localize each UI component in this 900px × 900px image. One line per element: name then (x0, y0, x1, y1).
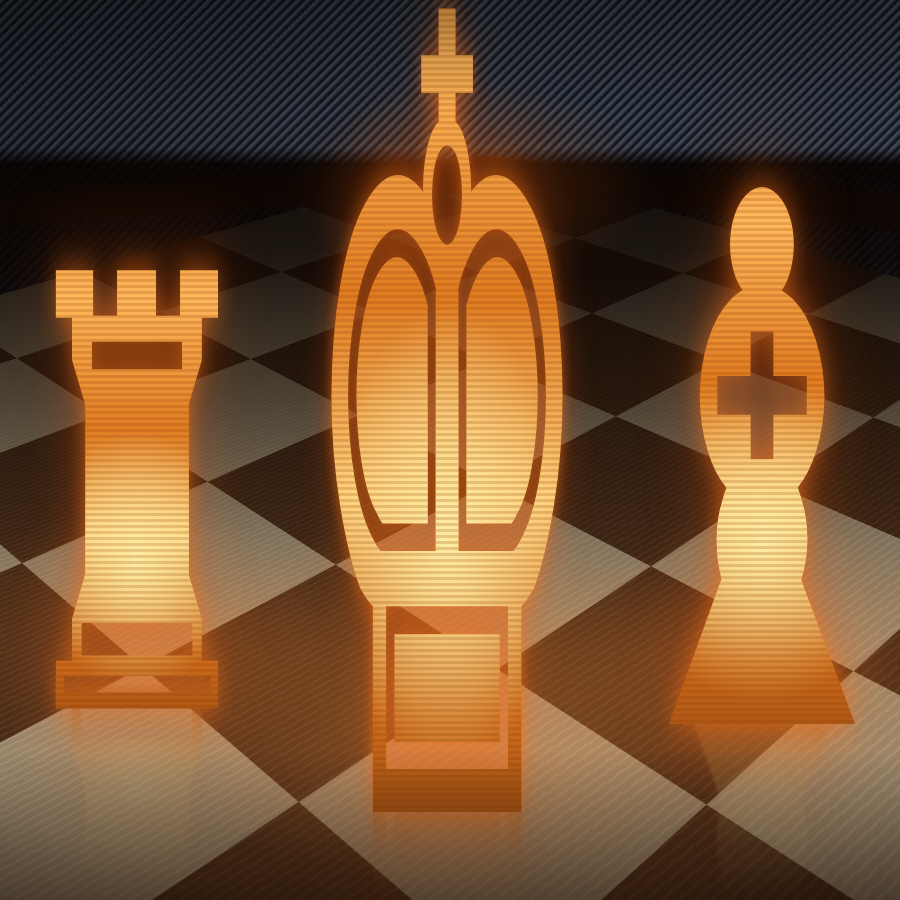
king-icon: ♚ (299, 0, 595, 900)
bishop-icon: ♝ (584, 102, 900, 837)
king-piece: ♚ (299, 0, 595, 900)
rook-icon: ♜ (8, 201, 266, 801)
chess-splash-scene: ♜ ♚ ♝ ♜ ♚ ♝ (0, 0, 900, 900)
rook-piece: ♜ (8, 201, 266, 801)
bishop-piece: ♝ (584, 102, 900, 837)
